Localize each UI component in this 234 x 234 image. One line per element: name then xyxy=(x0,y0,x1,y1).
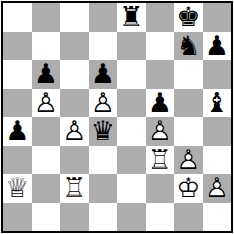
square-f3[interactable]: ♜♖ xyxy=(146,146,175,175)
square-e2[interactable] xyxy=(117,174,146,203)
square-g1[interactable] xyxy=(174,203,203,232)
piece-glyph: ♛ xyxy=(89,117,118,146)
piece-white-pawn-d5[interactable]: ♟♙ xyxy=(89,89,118,118)
square-h6[interactable] xyxy=(203,60,232,89)
piece-outline-layer: ♖ xyxy=(146,146,175,175)
piece-black-pawn-a4[interactable]: ♟ xyxy=(3,117,32,146)
square-e8[interactable]: ♜ xyxy=(117,3,146,32)
piece-glyph: ♝ xyxy=(203,89,232,118)
square-h2[interactable]: ♟♙ xyxy=(203,174,232,203)
square-e3[interactable] xyxy=(117,146,146,175)
square-h3[interactable] xyxy=(203,146,232,175)
square-b3[interactable] xyxy=(32,146,61,175)
piece-glyph: ♟ xyxy=(146,89,175,118)
piece-outline-layer: ♖ xyxy=(60,174,89,203)
square-a7[interactable] xyxy=(3,32,32,61)
square-b5[interactable]: ♟♙ xyxy=(32,89,61,118)
square-a2[interactable]: ♛♕ xyxy=(3,174,32,203)
piece-outline-layer: ♙ xyxy=(32,89,61,118)
piece-black-pawn-b6[interactable]: ♟ xyxy=(32,60,61,89)
square-g3[interactable]: ♟♙ xyxy=(174,146,203,175)
piece-white-pawn-h2[interactable]: ♟♙ xyxy=(203,174,232,203)
square-a5[interactable] xyxy=(3,89,32,118)
square-c8[interactable] xyxy=(60,3,89,32)
square-e7[interactable] xyxy=(117,32,146,61)
piece-white-pawn-g3[interactable]: ♟♙ xyxy=(174,146,203,175)
square-g6[interactable] xyxy=(174,60,203,89)
board-frame: ♜♚♞♟♟♟♟♙♟♙♟♝♟♟♙♛♟♙♜♖♟♙♛♕♜♖♚♔♟♙ xyxy=(1,1,233,233)
piece-outline-layer: ♙ xyxy=(203,174,232,203)
chess-board: ♜♚♞♟♟♟♟♙♟♙♟♝♟♟♙♛♟♙♜♖♟♙♛♕♜♖♚♔♟♙ xyxy=(3,3,231,231)
piece-black-bishop-h5[interactable]: ♝ xyxy=(203,89,232,118)
piece-white-queen-a2[interactable]: ♛♕ xyxy=(3,174,32,203)
square-c7[interactable] xyxy=(60,32,89,61)
square-b8[interactable] xyxy=(32,3,61,32)
piece-glyph: ♞ xyxy=(174,32,203,61)
square-c5[interactable] xyxy=(60,89,89,118)
square-a3[interactable] xyxy=(3,146,32,175)
piece-outline-layer: ♔ xyxy=(174,174,203,203)
square-d5[interactable]: ♟♙ xyxy=(89,89,118,118)
piece-outline-layer: ♕ xyxy=(3,174,32,203)
piece-glyph: ♟ xyxy=(89,60,118,89)
piece-black-rook-e8[interactable]: ♜ xyxy=(117,3,146,32)
square-b6[interactable]: ♟ xyxy=(32,60,61,89)
piece-glyph: ♟ xyxy=(32,60,61,89)
piece-outline-layer: ♙ xyxy=(89,89,118,118)
square-a8[interactable] xyxy=(3,3,32,32)
chess-diagram: ♜♚♞♟♟♟♟♙♟♙♟♝♟♟♙♛♟♙♜♖♟♙♛♕♜♖♚♔♟♙ xyxy=(0,0,234,234)
square-a4[interactable]: ♟ xyxy=(3,117,32,146)
square-b2[interactable] xyxy=(32,174,61,203)
square-h1[interactable] xyxy=(203,203,232,232)
square-g8[interactable]: ♚ xyxy=(174,3,203,32)
square-e5[interactable] xyxy=(117,89,146,118)
square-a1[interactable] xyxy=(3,203,32,232)
square-d4[interactable]: ♛ xyxy=(89,117,118,146)
piece-white-king-g2[interactable]: ♚♔ xyxy=(174,174,203,203)
square-e6[interactable] xyxy=(117,60,146,89)
square-d8[interactable] xyxy=(89,3,118,32)
piece-glyph: ♜ xyxy=(117,3,146,32)
square-a6[interactable] xyxy=(3,60,32,89)
piece-white-pawn-c4[interactable]: ♟♙ xyxy=(60,117,89,146)
square-f4[interactable]: ♟♙ xyxy=(146,117,175,146)
piece-black-pawn-f5[interactable]: ♟ xyxy=(146,89,175,118)
piece-black-pawn-h7[interactable]: ♟ xyxy=(203,32,232,61)
square-f2[interactable] xyxy=(146,174,175,203)
piece-black-queen-d4[interactable]: ♛ xyxy=(89,117,118,146)
piece-glyph: ♟ xyxy=(3,117,32,146)
square-c1[interactable] xyxy=(60,203,89,232)
piece-black-knight-g7[interactable]: ♞ xyxy=(174,32,203,61)
square-f1[interactable] xyxy=(146,203,175,232)
square-h5[interactable]: ♝ xyxy=(203,89,232,118)
square-c6[interactable] xyxy=(60,60,89,89)
square-f8[interactable] xyxy=(146,3,175,32)
square-c3[interactable] xyxy=(60,146,89,175)
square-g7[interactable]: ♞ xyxy=(174,32,203,61)
square-g4[interactable] xyxy=(174,117,203,146)
piece-black-king-g8[interactable]: ♚ xyxy=(174,3,203,32)
square-d2[interactable] xyxy=(89,174,118,203)
piece-white-pawn-f4[interactable]: ♟♙ xyxy=(146,117,175,146)
square-e1[interactable] xyxy=(117,203,146,232)
piece-outline-layer: ♙ xyxy=(60,117,89,146)
square-f7[interactable] xyxy=(146,32,175,61)
piece-glyph: ♚ xyxy=(174,3,203,32)
piece-black-pawn-d6[interactable]: ♟ xyxy=(89,60,118,89)
piece-outline-layer: ♙ xyxy=(146,117,175,146)
square-c4[interactable]: ♟♙ xyxy=(60,117,89,146)
square-d7[interactable] xyxy=(89,32,118,61)
square-d3[interactable] xyxy=(89,146,118,175)
square-f5[interactable]: ♟ xyxy=(146,89,175,118)
square-e4[interactable] xyxy=(117,117,146,146)
square-d1[interactable] xyxy=(89,203,118,232)
square-b4[interactable] xyxy=(32,117,61,146)
square-g5[interactable] xyxy=(174,89,203,118)
piece-white-rook-c2[interactable]: ♜♖ xyxy=(60,174,89,203)
piece-white-pawn-b5[interactable]: ♟♙ xyxy=(32,89,61,118)
square-h4[interactable] xyxy=(203,117,232,146)
square-b7[interactable] xyxy=(32,32,61,61)
square-d6[interactable]: ♟ xyxy=(89,60,118,89)
piece-glyph: ♟ xyxy=(203,32,232,61)
square-c2[interactable]: ♜♖ xyxy=(60,174,89,203)
piece-white-rook-f3[interactable]: ♜♖ xyxy=(146,146,175,175)
piece-outline-layer: ♙ xyxy=(174,146,203,175)
square-h8[interactable] xyxy=(203,3,232,32)
square-h7[interactable]: ♟ xyxy=(203,32,232,61)
square-g2[interactable]: ♚♔ xyxy=(174,174,203,203)
square-b1[interactable] xyxy=(32,203,61,232)
square-f6[interactable] xyxy=(146,60,175,89)
